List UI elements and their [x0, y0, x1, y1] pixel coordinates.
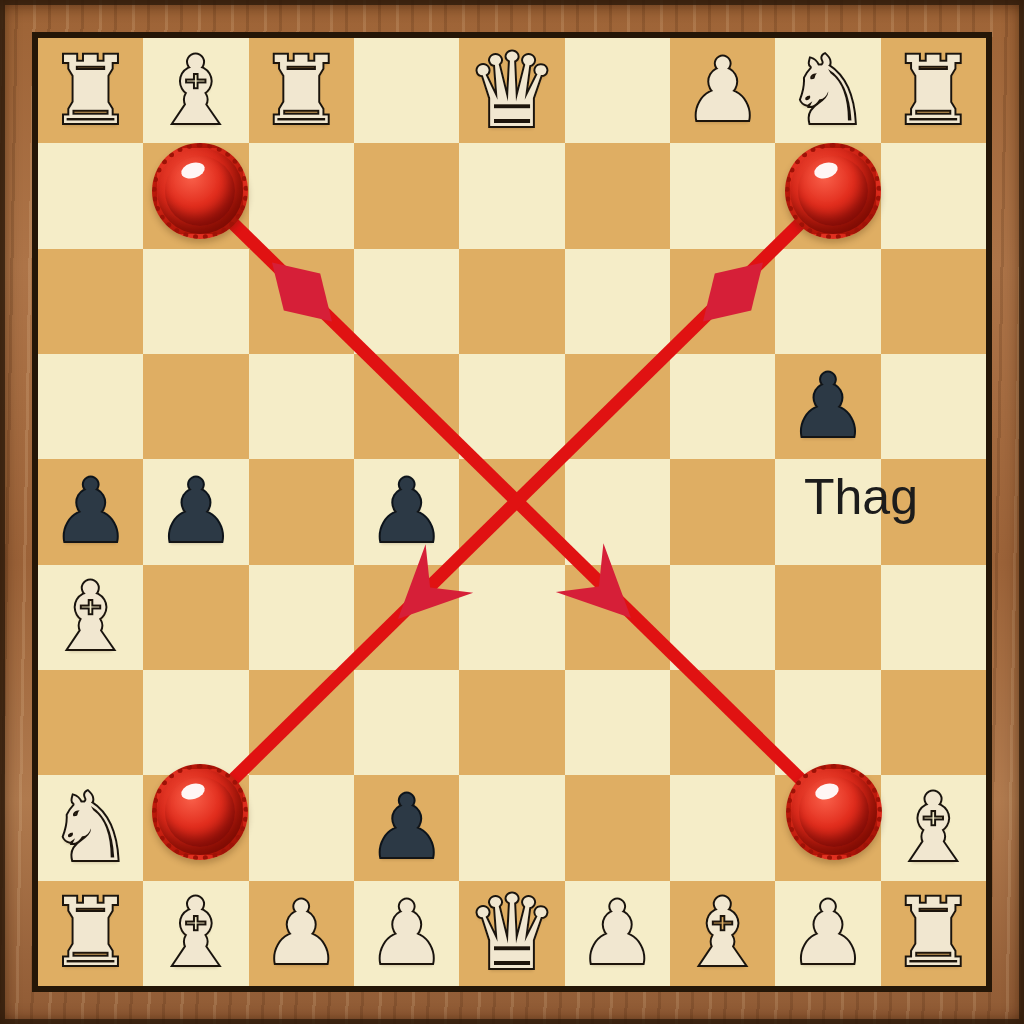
square-c8r1[interactable]: ♞ [775, 38, 880, 143]
square-c2r4[interactable] [143, 354, 248, 459]
white-bishop: ♝ [49, 570, 133, 664]
square-c3r2[interactable] [249, 143, 354, 248]
square-c1r4[interactable] [38, 354, 143, 459]
square-c1r6[interactable]: ♝ [38, 565, 143, 670]
red-pushpin-c8r2[interactable] [785, 143, 881, 239]
square-c7r3[interactable] [670, 249, 775, 354]
square-c8r9[interactable]: ♟ [775, 881, 880, 986]
square-c2r5[interactable]: ♟ [143, 459, 248, 564]
square-c6r3[interactable] [565, 249, 670, 354]
square-c6r4[interactable] [565, 354, 670, 459]
square-c4r5[interactable]: ♟ [354, 459, 459, 564]
square-c4r1[interactable] [354, 38, 459, 143]
square-c1r9[interactable]: ♜ [38, 881, 143, 986]
white-rook: ♜ [891, 44, 975, 138]
square-c1r2[interactable] [38, 143, 143, 248]
square-c2r1[interactable]: ♝ [143, 38, 248, 143]
square-c9r8[interactable]: ♝ [881, 775, 986, 880]
square-c9r7[interactable] [881, 670, 986, 775]
square-c8r7[interactable] [775, 670, 880, 775]
square-c7r7[interactable] [670, 670, 775, 775]
black-pawn: ♟ [368, 784, 446, 871]
square-c9r4[interactable] [881, 354, 986, 459]
square-c3r3[interactable] [249, 249, 354, 354]
black-pawn: ♟ [368, 468, 446, 555]
square-c7r4[interactable] [670, 354, 775, 459]
square-c5r5[interactable] [459, 459, 564, 564]
square-c5r1[interactable]: ♛ [459, 38, 564, 143]
black-pawn: ♟ [789, 363, 867, 450]
square-c4r2[interactable] [354, 143, 459, 248]
white-pawn: ♟ [262, 890, 340, 977]
square-c7r5[interactable] [670, 459, 775, 564]
square-c3r7[interactable] [249, 670, 354, 775]
white-queen: ♛ [466, 882, 557, 984]
white-knight: ♞ [786, 44, 870, 138]
square-c4r8[interactable]: ♟ [354, 775, 459, 880]
board-illustration: ♜♝♜♛♟♞♜♟♟♟♟♝♞♟♝♜♝♟♟♛♟♝♟♜ Thag [0, 0, 1024, 1024]
square-c9r1[interactable]: ♜ [881, 38, 986, 143]
square-c1r3[interactable] [38, 249, 143, 354]
square-c3r9[interactable]: ♟ [249, 881, 354, 986]
square-c5r9[interactable]: ♛ [459, 881, 564, 986]
square-c9r6[interactable] [881, 565, 986, 670]
white-pawn: ♟ [789, 890, 867, 977]
white-bishop: ♝ [891, 781, 975, 875]
square-c8r4[interactable]: ♟ [775, 354, 880, 459]
square-c8r6[interactable] [775, 565, 880, 670]
white-knight: ♞ [49, 781, 133, 875]
square-c3r1[interactable]: ♜ [249, 38, 354, 143]
white-pawn: ♟ [368, 890, 446, 977]
square-c4r7[interactable] [354, 670, 459, 775]
square-c2r9[interactable]: ♝ [143, 881, 248, 986]
red-pushpin-c2r8[interactable] [152, 764, 248, 860]
white-rook: ♜ [259, 44, 343, 138]
square-c6r2[interactable] [565, 143, 670, 248]
white-queen: ♛ [466, 40, 557, 142]
square-c6r7[interactable] [565, 670, 670, 775]
square-c2r7[interactable] [143, 670, 248, 775]
white-bishop: ♝ [154, 886, 238, 980]
square-c6r9[interactable]: ♟ [565, 881, 670, 986]
square-c8r3[interactable] [775, 249, 880, 354]
square-c1r8[interactable]: ♞ [38, 775, 143, 880]
square-c9r9[interactable]: ♜ [881, 881, 986, 986]
white-pawn: ♟ [684, 47, 762, 134]
black-pawn: ♟ [52, 468, 130, 555]
square-c3r5[interactable] [249, 459, 354, 564]
square-c7r1[interactable]: ♟ [670, 38, 775, 143]
square-c5r6[interactable] [459, 565, 564, 670]
square-c1r5[interactable]: ♟ [38, 459, 143, 564]
square-c9r2[interactable] [881, 143, 986, 248]
square-c5r3[interactable] [459, 249, 564, 354]
square-c1r7[interactable] [38, 670, 143, 775]
square-c5r2[interactable] [459, 143, 564, 248]
white-pawn: ♟ [578, 890, 656, 977]
red-pushpin-c8r8[interactable] [786, 764, 882, 860]
square-c6r8[interactable] [565, 775, 670, 880]
white-rook: ♜ [49, 886, 133, 980]
square-c6r6[interactable] [565, 565, 670, 670]
square-c7r9[interactable]: ♝ [670, 881, 775, 986]
square-c3r4[interactable] [249, 354, 354, 459]
red-pushpin-c2r2[interactable] [152, 143, 248, 239]
white-bishop: ♝ [681, 886, 765, 980]
square-c7r6[interactable] [670, 565, 775, 670]
square-c6r1[interactable] [565, 38, 670, 143]
square-c5r4[interactable] [459, 354, 564, 459]
square-c4r6[interactable] [354, 565, 459, 670]
square-c3r6[interactable] [249, 565, 354, 670]
square-c4r3[interactable] [354, 249, 459, 354]
black-pawn: ♟ [157, 468, 235, 555]
white-rook: ♜ [891, 886, 975, 980]
square-c4r9[interactable]: ♟ [354, 881, 459, 986]
square-c4r4[interactable] [354, 354, 459, 459]
square-c9r3[interactable] [881, 249, 986, 354]
white-rook: ♜ [49, 44, 133, 138]
square-c7r8[interactable] [670, 775, 775, 880]
square-c5r8[interactable] [459, 775, 564, 880]
thag-label: Thag [804, 468, 918, 526]
square-c7r2[interactable] [670, 143, 775, 248]
square-c2r6[interactable] [143, 565, 248, 670]
white-bishop: ♝ [154, 44, 238, 138]
square-c2r3[interactable] [143, 249, 248, 354]
square-c6r5[interactable] [565, 459, 670, 564]
square-c3r8[interactable] [249, 775, 354, 880]
square-c1r1[interactable]: ♜ [38, 38, 143, 143]
square-c5r7[interactable] [459, 670, 564, 775]
